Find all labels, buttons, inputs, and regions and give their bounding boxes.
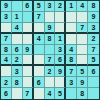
- cell-r3c8[interactable]: 7: [77, 23, 88, 34]
- cell-r8c4[interactable]: 6: [34, 77, 45, 88]
- digit: 3: [15, 68, 19, 75]
- digit: 2: [92, 35, 96, 42]
- cell-r6c1[interactable]: 4: [1, 55, 12, 66]
- cell-r4c9[interactable]: 2: [88, 34, 99, 45]
- cell-r6c2[interactable]: 2: [12, 55, 23, 66]
- digit: 3: [69, 79, 73, 86]
- cell-r8c9[interactable]: [88, 77, 99, 88]
- cell-r8c8[interactable]: 9: [77, 77, 88, 88]
- cell-r8c5[interactable]: [45, 77, 56, 88]
- cell-r5c7[interactable]: 4: [66, 45, 77, 56]
- cell-r1c4[interactable]: 5: [34, 1, 45, 12]
- digit: 1: [58, 35, 62, 42]
- cell-r9c9[interactable]: [88, 88, 99, 99]
- digit: 8: [4, 46, 8, 53]
- digit: 8: [69, 56, 73, 63]
- cell-r8c3[interactable]: [23, 77, 34, 88]
- cell-r9c1[interactable]: 6: [1, 88, 12, 99]
- cell-r5c1[interactable]: 8: [1, 45, 12, 56]
- digit: 7: [48, 56, 52, 63]
- cell-r4c3[interactable]: [23, 34, 34, 45]
- cell-r8c2[interactable]: 8: [12, 77, 23, 88]
- digit: 9: [80, 79, 84, 86]
- sudoku-board: 9653214831794973748128693474276853297562…: [0, 0, 100, 100]
- digit: 2: [48, 68, 52, 75]
- digit: 9: [48, 24, 52, 31]
- cell-r3c9[interactable]: 3: [88, 23, 99, 34]
- digit: 7: [69, 68, 73, 75]
- digit: 3: [48, 2, 52, 9]
- cell-r9c4[interactable]: [34, 88, 45, 99]
- cell-r7c5[interactable]: 2: [45, 66, 56, 77]
- digit: 7: [25, 90, 29, 97]
- digit: 5: [80, 68, 84, 75]
- cell-r5c2[interactable]: 6: [12, 45, 23, 56]
- cell-r1c2[interactable]: [12, 1, 23, 12]
- cell-r2c6[interactable]: [55, 12, 66, 23]
- cell-r5c5[interactable]: [45, 45, 56, 56]
- cell-r6c5[interactable]: 7: [45, 55, 56, 66]
- cell-r7c7[interactable]: 7: [66, 66, 77, 77]
- cell-r2c4[interactable]: 7: [34, 12, 45, 23]
- cell-r8c1[interactable]: 2: [1, 77, 12, 88]
- digit: 8: [48, 35, 52, 42]
- digit: 6: [37, 79, 41, 86]
- cell-r7c6[interactable]: 9: [55, 66, 66, 77]
- digit: 5: [58, 90, 62, 97]
- digit: 6: [92, 68, 96, 75]
- cell-r6c3[interactable]: [23, 55, 34, 66]
- cell-r2c7[interactable]: [66, 12, 77, 23]
- cell-r6c4[interactable]: [34, 55, 45, 66]
- cell-r2c5[interactable]: [45, 12, 56, 23]
- cell-r1c7[interactable]: 1: [66, 1, 77, 12]
- digit: 9: [25, 46, 29, 53]
- digit: 8: [92, 2, 96, 9]
- cell-r3c3[interactable]: [23, 23, 34, 34]
- cell-r1c9[interactable]: 8: [88, 1, 99, 12]
- cell-r6c9[interactable]: 5: [88, 55, 99, 66]
- cell-r2c1[interactable]: 3: [1, 12, 12, 23]
- cell-r7c9[interactable]: 6: [88, 66, 99, 77]
- cell-r8c6[interactable]: [55, 77, 66, 88]
- digit: 7: [37, 13, 41, 20]
- cell-r7c4[interactable]: [34, 66, 45, 77]
- digit: 6: [25, 2, 29, 9]
- cell-r9c7[interactable]: [66, 88, 77, 99]
- digit: 1: [69, 2, 73, 9]
- cell-r5c4[interactable]: [34, 45, 45, 56]
- cell-r1c5[interactable]: 3: [45, 1, 56, 12]
- cell-r1c3[interactable]: 6: [23, 1, 34, 12]
- digit: 2: [15, 56, 19, 63]
- cell-r4c2[interactable]: [12, 34, 23, 45]
- cell-r3c6[interactable]: [55, 23, 66, 34]
- cell-r3c1[interactable]: [1, 23, 12, 34]
- cell-r7c3[interactable]: [23, 66, 34, 77]
- digit: 8: [80, 90, 84, 97]
- cell-r3c4[interactable]: [34, 23, 45, 34]
- digit: 4: [15, 24, 19, 31]
- digit: 1: [15, 13, 19, 20]
- digit: 7: [92, 46, 96, 53]
- cell-r3c2[interactable]: 4: [12, 23, 23, 34]
- digit: 7: [4, 35, 8, 42]
- cell-r7c1[interactable]: [1, 66, 12, 77]
- cell-r1c1[interactable]: 9: [1, 1, 12, 12]
- cell-r3c5[interactable]: 9: [45, 23, 56, 34]
- cell-r2c9[interactable]: 9: [88, 12, 99, 23]
- cell-r1c6[interactable]: 2: [55, 1, 66, 12]
- cell-r7c8[interactable]: 5: [77, 66, 88, 77]
- digit: 8: [15, 79, 19, 86]
- digit: 3: [58, 46, 62, 53]
- digit: 2: [58, 2, 62, 9]
- cell-r5c8[interactable]: [77, 45, 88, 56]
- cell-r4c7[interactable]: [66, 34, 77, 45]
- cell-r9c3[interactable]: 7: [23, 88, 34, 99]
- cell-r8c7[interactable]: 3: [66, 77, 77, 88]
- cell-r2c2[interactable]: 1: [12, 12, 23, 23]
- cell-r6c7[interactable]: 8: [66, 55, 77, 66]
- digit: 9: [58, 68, 62, 75]
- cell-r6c8[interactable]: [77, 55, 88, 66]
- cell-r7c2[interactable]: 3: [12, 66, 23, 77]
- cell-r2c3[interactable]: [23, 12, 34, 23]
- digit: 3: [92, 24, 96, 31]
- digit: 6: [4, 90, 8, 97]
- cell-r6c6[interactable]: 6: [55, 55, 66, 66]
- cell-r1c8[interactable]: 4: [77, 1, 88, 12]
- digit: 4: [37, 35, 41, 42]
- digit: 7: [80, 24, 84, 31]
- cell-r9c5[interactable]: 4: [45, 88, 56, 99]
- digit: 4: [48, 90, 52, 97]
- digit: 5: [37, 2, 41, 9]
- cell-r4c8[interactable]: [77, 34, 88, 45]
- cell-r3c7[interactable]: [66, 23, 77, 34]
- digit: 5: [92, 56, 96, 63]
- digit: 4: [80, 2, 84, 9]
- digit: 2: [4, 79, 8, 86]
- cell-r5c6[interactable]: 3: [55, 45, 66, 56]
- cell-r9c8[interactable]: 8: [77, 88, 88, 99]
- digit: 9: [92, 13, 96, 20]
- cell-r4c5[interactable]: 8: [45, 34, 56, 45]
- cell-r2c8[interactable]: [77, 12, 88, 23]
- digit: 6: [58, 56, 62, 63]
- cell-r5c9[interactable]: 7: [88, 45, 99, 56]
- digit: 9: [4, 2, 8, 9]
- cell-r4c1[interactable]: 7: [1, 34, 12, 45]
- digit: 6: [15, 46, 19, 53]
- digit: 4: [4, 56, 8, 63]
- digit: 3: [4, 13, 8, 20]
- cell-r9c2[interactable]: [12, 88, 23, 99]
- cell-r5c3[interactable]: 9: [23, 45, 34, 56]
- cell-r9c6[interactable]: 5: [55, 88, 66, 99]
- cell-r4c6[interactable]: 1: [55, 34, 66, 45]
- cell-r4c4[interactable]: 4: [34, 34, 45, 45]
- digit: 4: [69, 46, 73, 53]
